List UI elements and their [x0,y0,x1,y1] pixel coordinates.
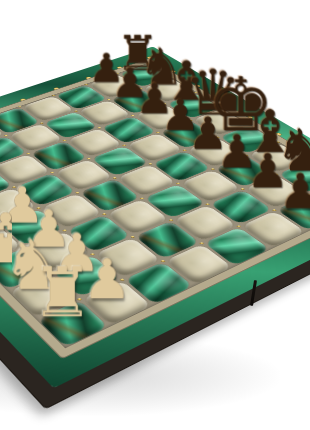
square-c4[interactable] [29,140,89,172]
product-photo-stage: ♜♞♝♛♚♝♞♜♟♟♟♟♟♟♟♟♟♟♟♟♟♟♟♟♜♞♝♛♚♝♞♜ [0,0,310,430]
piece-black-pawn-h7[interactable]: ♟ [278,167,310,216]
board-squares-grid: ♜♞♝♛♚♝♞♜♟♟♟♟♟♟♟♟♟♟♟♟♟♟♟♟♜♞♝♛♚♝♞♜ [0,59,310,358]
piece-white-rook-h1[interactable]: ♜ [31,259,92,327]
